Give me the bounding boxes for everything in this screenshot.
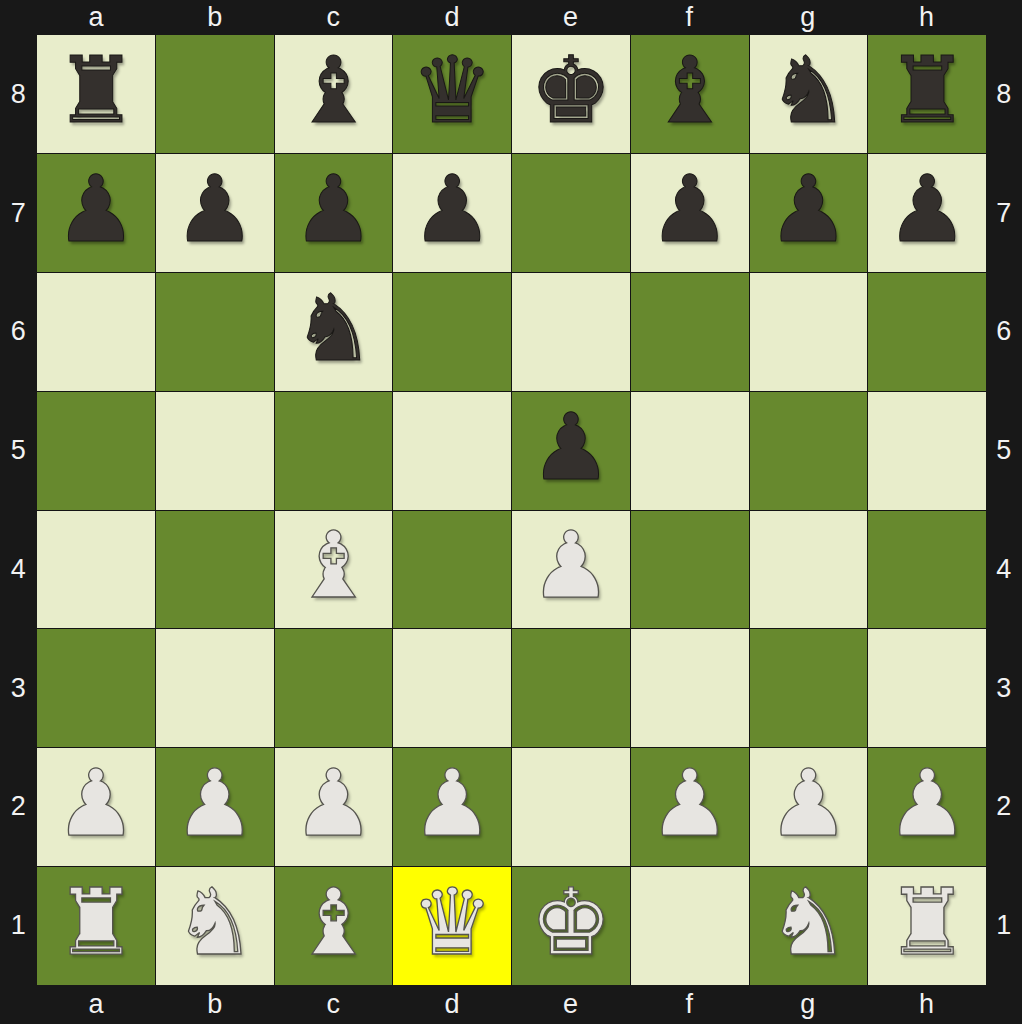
square-b7[interactable]: ♟	[156, 154, 274, 272]
square-h7[interactable]: ♟	[868, 154, 986, 272]
square-a5[interactable]	[37, 392, 155, 510]
square-g2[interactable]: ♟	[750, 748, 868, 866]
square-c1[interactable]: ♝	[275, 867, 393, 985]
file-label-c: c	[274, 0, 393, 35]
square-a3[interactable]	[37, 629, 155, 747]
square-d8[interactable]: ♛	[393, 35, 511, 153]
square-h4[interactable]	[868, 511, 986, 629]
file-label-c: c	[274, 985, 393, 1024]
rank-label-1: 1	[986, 866, 1022, 985]
white-pawn-g2[interactable]: ♟	[767, 758, 849, 850]
square-b2[interactable]: ♟	[156, 748, 274, 866]
file-label-b: b	[156, 0, 275, 35]
file-label-f: f	[630, 985, 749, 1024]
square-f7[interactable]: ♟	[631, 154, 749, 272]
square-d1[interactable]: ♛	[393, 867, 511, 985]
square-f8[interactable]: ♝	[631, 35, 749, 153]
file-label-h: h	[867, 985, 986, 1024]
file-label-f: f	[630, 0, 749, 35]
rank-labels-right: 87654321	[986, 35, 1022, 985]
square-f3[interactable]	[631, 629, 749, 747]
rank-label-5: 5	[0, 391, 37, 510]
square-c6[interactable]: ♞	[275, 273, 393, 391]
square-c5[interactable]	[275, 392, 393, 510]
square-c7[interactable]: ♟	[275, 154, 393, 272]
black-knight-g8[interactable]: ♞	[767, 45, 849, 137]
square-f4[interactable]	[631, 511, 749, 629]
white-rook-h1[interactable]: ♜	[886, 877, 968, 969]
square-d2[interactable]: ♟	[393, 748, 511, 866]
file-label-e: e	[512, 985, 631, 1024]
black-bishop-f8[interactable]: ♝	[648, 45, 730, 137]
square-b1[interactable]: ♞	[156, 867, 274, 985]
file-labels-bottom: abcdefgh	[37, 985, 986, 1024]
rank-label-4: 4	[0, 510, 37, 629]
square-a4[interactable]	[37, 511, 155, 629]
chess-board[interactable]: ♜♝♛♚♝♞♜♟♟♟♟♟♟♟♞♟♝♟♟♟♟♟♟♟♟♜♞♝♛♚♞♜	[37, 35, 986, 985]
rank-label-2: 2	[0, 748, 37, 867]
file-label-g: g	[749, 985, 868, 1024]
square-e3[interactable]	[512, 629, 630, 747]
white-knight-b1[interactable]: ♞	[173, 877, 255, 969]
black-bishop-c8[interactable]: ♝	[292, 45, 374, 137]
rank-label-2: 2	[986, 748, 1022, 867]
square-h8[interactable]: ♜	[868, 35, 986, 153]
square-g6[interactable]	[750, 273, 868, 391]
chess-board-frame: abcdefgh 87654321 ♜♝♛♚♝♞♜♟♟♟♟♟♟♟♞♟♝♟♟♟♟♟…	[0, 0, 1022, 1024]
square-b8[interactable]	[156, 35, 274, 153]
square-e8[interactable]: ♚	[512, 35, 630, 153]
white-pawn-b2[interactable]: ♟	[173, 758, 255, 850]
rank-label-8: 8	[0, 35, 37, 154]
file-labels-top: abcdefgh	[37, 0, 986, 35]
black-rook-a8[interactable]: ♜	[55, 45, 137, 137]
rank-label-3: 3	[986, 629, 1022, 748]
square-a6[interactable]	[37, 273, 155, 391]
square-b4[interactable]	[156, 511, 274, 629]
white-pawn-a2[interactable]: ♟	[55, 758, 137, 850]
square-e6[interactable]	[512, 273, 630, 391]
rank-label-6: 6	[0, 273, 37, 392]
square-h1[interactable]: ♜	[868, 867, 986, 985]
file-label-b: b	[156, 985, 275, 1024]
file-label-a: a	[37, 985, 156, 1024]
square-a1[interactable]: ♜	[37, 867, 155, 985]
square-c8[interactable]: ♝	[275, 35, 393, 153]
white-bishop-c1[interactable]: ♝	[292, 877, 374, 969]
file-label-h: h	[867, 0, 986, 35]
white-queen-d1[interactable]: ♛	[411, 877, 493, 969]
file-label-d: d	[393, 985, 512, 1024]
white-pawn-c2[interactable]: ♟	[292, 758, 374, 850]
white-king-e1[interactable]: ♚	[530, 877, 612, 969]
square-e7[interactable]	[512, 154, 630, 272]
rank-label-7: 7	[0, 154, 37, 273]
file-label-e: e	[512, 0, 631, 35]
rank-label-6: 6	[986, 273, 1022, 392]
black-pawn-h7[interactable]: ♟	[886, 164, 968, 256]
square-e4[interactable]: ♟	[512, 511, 630, 629]
square-g1[interactable]: ♞	[750, 867, 868, 985]
square-e2[interactable]	[512, 748, 630, 866]
black-pawn-e5[interactable]: ♟	[530, 402, 612, 494]
square-h6[interactable]	[868, 273, 986, 391]
square-h3[interactable]	[868, 629, 986, 747]
square-f2[interactable]: ♟	[631, 748, 749, 866]
square-b6[interactable]	[156, 273, 274, 391]
square-d7[interactable]: ♟	[393, 154, 511, 272]
square-g3[interactable]	[750, 629, 868, 747]
black-pawn-d7[interactable]: ♟	[411, 164, 493, 256]
square-a7[interactable]: ♟	[37, 154, 155, 272]
black-knight-c6[interactable]: ♞	[292, 283, 374, 375]
white-pawn-f2[interactable]: ♟	[648, 758, 730, 850]
white-bishop-c4[interactable]: ♝	[292, 520, 374, 612]
square-c3[interactable]	[275, 629, 393, 747]
square-g7[interactable]: ♟	[750, 154, 868, 272]
square-d6[interactable]	[393, 273, 511, 391]
file-label-a: a	[37, 0, 156, 35]
rank-label-4: 4	[986, 510, 1022, 629]
square-h5[interactable]	[868, 392, 986, 510]
square-b3[interactable]	[156, 629, 274, 747]
square-a8[interactable]: ♜	[37, 35, 155, 153]
square-g8[interactable]: ♞	[750, 35, 868, 153]
rank-label-8: 8	[986, 35, 1022, 154]
white-pawn-d2[interactable]: ♟	[411, 758, 493, 850]
rank-label-3: 3	[0, 629, 37, 748]
file-label-d: d	[393, 0, 512, 35]
square-b5[interactable]	[156, 392, 274, 510]
square-e1[interactable]: ♚	[512, 867, 630, 985]
rank-label-1: 1	[0, 866, 37, 985]
rank-label-5: 5	[986, 391, 1022, 510]
square-a2[interactable]: ♟	[37, 748, 155, 866]
square-d5[interactable]	[393, 392, 511, 510]
square-f6[interactable]	[631, 273, 749, 391]
square-c4[interactable]: ♝	[275, 511, 393, 629]
white-knight-g1[interactable]: ♞	[767, 877, 849, 969]
square-f1[interactable]	[631, 867, 749, 985]
black-rook-h8[interactable]: ♜	[886, 45, 968, 137]
black-king-e8[interactable]: ♚	[530, 45, 612, 137]
square-d4[interactable]	[393, 511, 511, 629]
black-queen-d8[interactable]: ♛	[411, 45, 493, 137]
white-pawn-e4[interactable]: ♟	[530, 520, 612, 612]
black-pawn-c7[interactable]: ♟	[292, 164, 374, 256]
black-pawn-f7[interactable]: ♟	[648, 164, 730, 256]
black-pawn-b7[interactable]: ♟	[173, 164, 255, 256]
black-pawn-g7[interactable]: ♟	[767, 164, 849, 256]
file-label-g: g	[749, 0, 868, 35]
rank-labels-left: 87654321	[0, 35, 37, 985]
white-pawn-h2[interactable]: ♟	[886, 758, 968, 850]
square-e5[interactable]: ♟	[512, 392, 630, 510]
square-d3[interactable]	[393, 629, 511, 747]
white-rook-a1[interactable]: ♜	[55, 877, 137, 969]
square-g5[interactable]	[750, 392, 868, 510]
black-pawn-a7[interactable]: ♟	[55, 164, 137, 256]
square-f5[interactable]	[631, 392, 749, 510]
rank-label-7: 7	[986, 154, 1022, 273]
square-c2[interactable]: ♟	[275, 748, 393, 866]
square-g4[interactable]	[750, 511, 868, 629]
square-h2[interactable]: ♟	[868, 748, 986, 866]
